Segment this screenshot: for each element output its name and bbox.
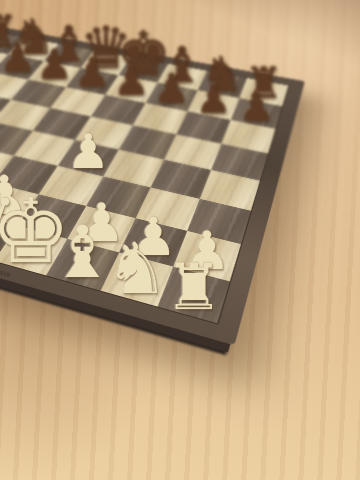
chess-board: © GoodWoodBros [0,24,305,345]
table-surface: © GoodWoodBros ♜♞♝♛♚♝♞♜♟♟♟♟♟♟♟♟♟♟♟♟♟♟♟♟♜… [0,0,360,480]
board-grid [0,31,288,323]
